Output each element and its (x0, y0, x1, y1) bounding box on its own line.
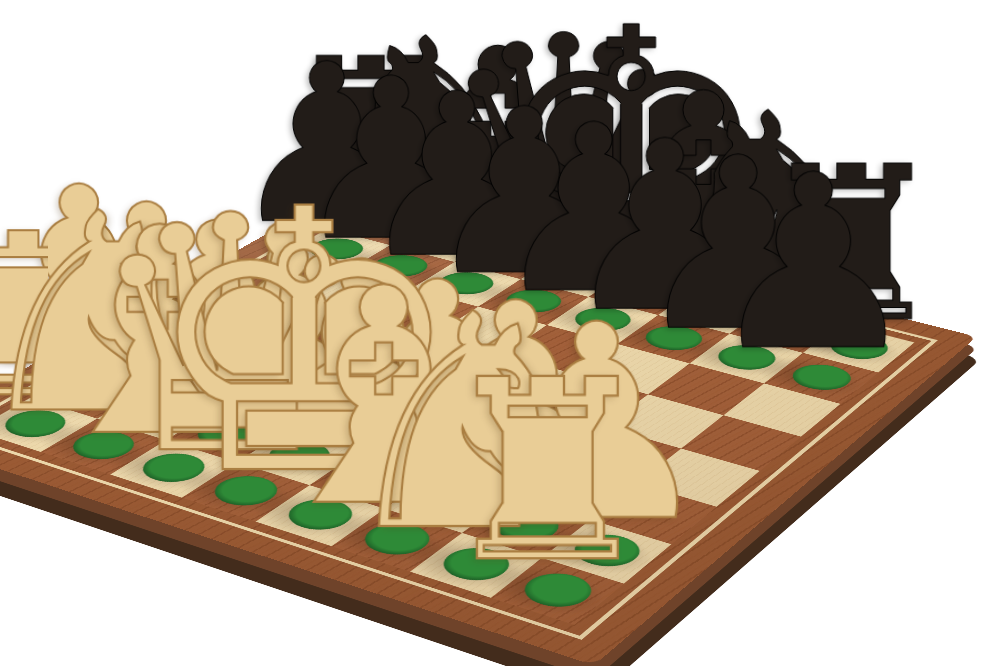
scene: ♜♞♝♛♚♝♞♜♟♟♟♟♟♟♟♟♟♟♟♟♟♟♟♟♜♞♝♛♚♝♞♜ (0, 0, 1000, 666)
photo-frame: ♜♞♝♛♚♝♞♜♟♟♟♟♟♟♟♟♟♟♟♟♟♟♟♟♜♞♝♛♚♝♞♜ (0, 0, 1000, 666)
board: ♜♞♝♛♚♝♞♜♟♟♟♟♟♟♟♟♟♟♟♟♟♟♟♟♜♞♝♛♚♝♞♜ (0, 182, 977, 665)
